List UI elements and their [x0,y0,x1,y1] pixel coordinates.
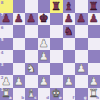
rank-label-5: 5 [1,38,4,42]
white-pawn-icon[interactable]: ♟ [38,75,51,88]
rank-label-4: 4 [1,51,4,55]
square-a4[interactable]: 4 [0,50,13,63]
white-pawn-icon[interactable]: ♟ [75,63,88,76]
square-f2[interactable]: ♟ [63,75,76,88]
square-e1[interactable]: ♚e [50,88,63,101]
file-label-g: g [84,96,87,100]
white-pawn-icon[interactable]: ♟ [13,75,26,88]
square-g8[interactable] [75,0,88,13]
square-g5[interactable] [75,38,88,51]
square-f1[interactable]: f [63,88,76,101]
square-d1[interactable]: d [38,88,51,101]
black-knight-icon[interactable]: ♞ [63,25,76,38]
square-g2[interactable] [75,75,88,88]
square-e2[interactable] [50,75,63,88]
square-e4[interactable] [50,50,63,63]
square-a1[interactable]: ♜1a [0,88,13,101]
file-label-h: h [96,96,99,100]
square-b5[interactable] [13,38,26,51]
rank-label-8: 8 [1,1,4,5]
square-e7[interactable] [50,13,63,26]
rank-label-7: 7 [1,13,4,17]
file-label-c: c [34,96,36,100]
square-f6[interactable]: ♞ [63,25,76,38]
white-knight-icon[interactable]: ♞ [25,63,38,76]
square-h1[interactable]: ♜h [88,88,101,101]
square-d7[interactable]: ♚ [38,13,51,26]
rank-label-6: 6 [1,26,4,30]
square-e5[interactable] [50,38,63,51]
square-c4[interactable] [25,50,38,63]
square-d8[interactable] [38,0,51,13]
square-b8[interactable] [13,0,26,13]
white-pawn-icon[interactable]: ♟ [88,75,101,88]
square-c5[interactable] [25,38,38,51]
square-a5[interactable]: 5 [0,38,13,51]
file-label-e: e [59,96,62,100]
file-label-d: d [46,96,49,100]
square-a3[interactable]: 3 [0,63,13,76]
square-c2[interactable] [25,75,38,88]
black-pawn-icon[interactable]: ♟ [25,13,38,26]
square-a8[interactable]: 8 [0,0,13,13]
square-f4[interactable] [63,50,76,63]
square-c6[interactable] [25,25,38,38]
square-g7[interactable]: ♟ [75,13,88,26]
square-d4[interactable]: ♟ [38,50,51,63]
square-b7[interactable]: ♟ [13,13,26,26]
rank-label-2: 2 [1,76,4,80]
square-b1[interactable]: b [13,88,26,101]
square-b3[interactable] [13,63,26,76]
square-e3[interactable] [50,63,63,76]
square-h6[interactable] [88,25,101,38]
white-pawn-icon[interactable]: ♟ [38,38,51,51]
file-label-a: a [9,96,12,100]
black-pawn-icon[interactable]: ♟ [75,13,88,26]
square-d2[interactable]: ♟ [38,75,51,88]
square-f5[interactable] [63,38,76,51]
square-f7[interactable]: ♟ [63,13,76,26]
square-f8[interactable]: ♝ [63,0,76,13]
black-rook-icon[interactable]: ♜ [50,0,63,13]
black-king-icon[interactable]: ♚ [38,13,51,26]
square-h4[interactable] [88,50,101,63]
file-label-f: f [72,96,74,100]
square-a7[interactable]: ♟7 [0,13,13,26]
square-h5[interactable] [88,38,101,51]
square-d6[interactable] [38,25,51,38]
chess-board: 8♜♝♜♟7♟♟♚♟♟♟6♞5♟4♟3♞♟♟2♟♟♟♟♜1ab♝cd♚efg♜h [0,0,100,100]
square-a2[interactable]: ♟2 [0,75,13,88]
square-h2[interactable]: ♟ [88,75,101,88]
square-g3[interactable]: ♟ [75,63,88,76]
rank-label-3: 3 [1,63,4,67]
black-pawn-icon[interactable]: ♟ [88,13,101,26]
black-rook-icon[interactable]: ♜ [88,0,101,13]
square-h7[interactable]: ♟ [88,13,101,26]
black-pawn-icon[interactable]: ♟ [63,13,76,26]
black-bishop-icon[interactable]: ♝ [63,0,76,13]
rank-label-1: 1 [1,88,4,92]
square-h3[interactable] [88,63,101,76]
white-pawn-icon[interactable]: ♟ [38,50,51,63]
white-pawn-icon[interactable]: ♟ [63,75,76,88]
square-h8[interactable]: ♜ [88,0,101,13]
black-pawn-icon[interactable]: ♟ [13,13,26,26]
square-d5[interactable]: ♟ [38,38,51,51]
file-label-b: b [21,96,24,100]
square-g4[interactable] [75,50,88,63]
square-b6[interactable] [13,25,26,38]
square-e6[interactable] [50,25,63,38]
square-b4[interactable] [13,50,26,63]
square-c3[interactable]: ♞ [25,63,38,76]
square-g6[interactable] [75,25,88,38]
square-a6[interactable]: 6 [0,25,13,38]
square-f3[interactable] [63,63,76,76]
square-c7[interactable]: ♟ [25,13,38,26]
square-e8[interactable]: ♜ [50,0,63,13]
square-d3[interactable] [38,63,51,76]
square-b2[interactable]: ♟ [13,75,26,88]
square-c8[interactable] [25,0,38,13]
square-g1[interactable]: g [75,88,88,101]
square-c1[interactable]: ♝c [25,88,38,101]
